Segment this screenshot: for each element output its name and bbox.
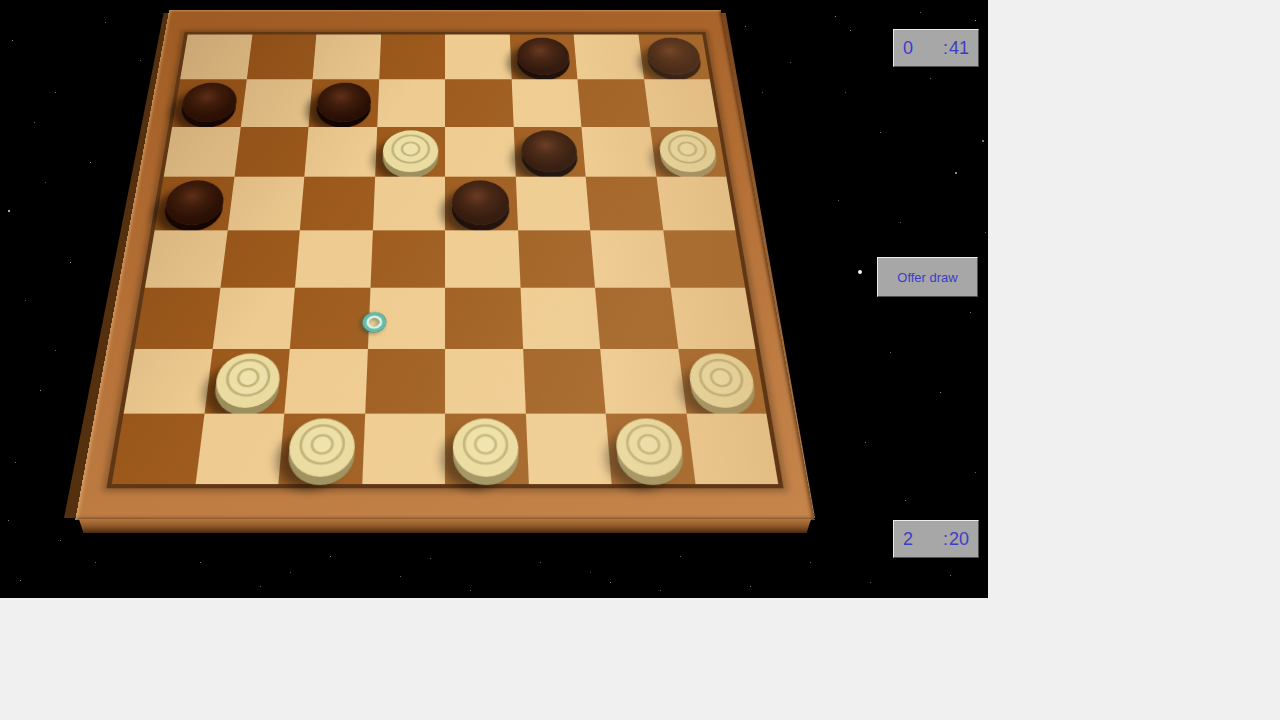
- square-r6c2[interactable]: [284, 349, 367, 414]
- square-r2c2[interactable]: [304, 127, 376, 177]
- square-r3c4[interactable]: [445, 177, 518, 231]
- square-r4c6[interactable]: [590, 230, 670, 287]
- square-r4c1[interactable]: [220, 230, 300, 287]
- checker-light[interactable]: [287, 419, 356, 477]
- square-r0c6[interactable]: [574, 35, 644, 80]
- clock-white-seconds: 20: [949, 529, 969, 550]
- game-window: 0 : 41 Offer draw 2 : 20: [0, 0, 988, 598]
- square-r5c6[interactable]: [595, 287, 678, 348]
- square-r7c5[interactable]: [525, 414, 611, 484]
- square-r3c3[interactable]: [372, 177, 445, 231]
- square-r2c6[interactable]: [581, 127, 656, 177]
- square-r5c1[interactable]: [212, 287, 295, 348]
- square-r0c0[interactable]: [180, 35, 252, 80]
- checker-dark[interactable]: [180, 82, 240, 121]
- checker-dark[interactable]: [163, 181, 227, 225]
- square-r5c0[interactable]: [135, 287, 220, 348]
- offer-draw-label: Offer draw: [897, 270, 957, 285]
- checker-light[interactable]: [657, 130, 719, 172]
- square-r4c4[interactable]: [445, 230, 520, 287]
- square-r6c1[interactable]: [204, 349, 290, 414]
- square-r1c3[interactable]: [377, 79, 445, 126]
- square-r4c0[interactable]: [145, 230, 227, 287]
- square-r7c7[interactable]: [686, 414, 778, 484]
- checker-light[interactable]: [382, 130, 438, 172]
- checker-dark[interactable]: [520, 130, 578, 172]
- square-r0c3[interactable]: [379, 35, 445, 80]
- clock-white: 2 : 20: [893, 520, 979, 558]
- square-r0c5[interactable]: [509, 35, 577, 80]
- checker-light[interactable]: [453, 419, 520, 477]
- square-r6c5[interactable]: [523, 349, 606, 414]
- square-r0c7[interactable]: [638, 35, 710, 80]
- square-r7c1[interactable]: [195, 414, 284, 484]
- square-r6c3[interactable]: [365, 349, 445, 414]
- square-r7c3[interactable]: [362, 414, 445, 484]
- board-scene: [0, 0, 988, 598]
- square-r1c0[interactable]: [172, 79, 246, 126]
- square-r2c4[interactable]: [445, 127, 515, 177]
- square-r3c5[interactable]: [515, 177, 590, 231]
- clock-black-seconds: 41: [949, 38, 969, 59]
- square-r1c4[interactable]: [445, 79, 513, 126]
- clock-black: 0 : 41: [893, 29, 979, 67]
- square-r3c0[interactable]: [155, 177, 234, 231]
- square-r2c0[interactable]: [164, 127, 241, 177]
- square-r4c5[interactable]: [518, 230, 595, 287]
- clock-white-colon: :: [943, 529, 948, 550]
- checker-light[interactable]: [686, 353, 757, 407]
- square-r1c5[interactable]: [511, 79, 581, 126]
- board-frame: [75, 10, 815, 520]
- clock-white-minutes: 2: [903, 529, 913, 550]
- square-r1c7[interactable]: [644, 79, 718, 126]
- square-r1c2[interactable]: [309, 79, 379, 126]
- square-r4c3[interactable]: [370, 230, 445, 287]
- checker-dark[interactable]: [316, 82, 372, 121]
- square-r6c4[interactable]: [445, 349, 525, 414]
- checker-light[interactable]: [213, 353, 282, 407]
- square-r5c4[interactable]: [445, 287, 523, 348]
- square-r3c2[interactable]: [300, 177, 375, 231]
- square-r7c4[interactable]: [445, 414, 528, 484]
- square-r7c2[interactable]: [278, 414, 364, 484]
- square-r5c7[interactable]: [670, 287, 755, 348]
- checker-dark[interactable]: [452, 181, 510, 225]
- play-grid: [112, 35, 779, 485]
- square-r3c7[interactable]: [656, 177, 735, 231]
- square-r4c2[interactable]: [295, 230, 372, 287]
- square-r7c6[interactable]: [606, 414, 695, 484]
- board-front-edge: [76, 519, 814, 533]
- square-r3c1[interactable]: [227, 177, 304, 231]
- square-r2c7[interactable]: [650, 127, 727, 177]
- square-r5c3[interactable]: [367, 287, 445, 348]
- clock-black-minutes: 0: [903, 38, 913, 59]
- square-r5c2[interactable]: [290, 287, 370, 348]
- checker-light[interactable]: [614, 419, 686, 477]
- checker-dark[interactable]: [516, 38, 571, 75]
- square-r6c6[interactable]: [600, 349, 686, 414]
- square-r4c7[interactable]: [663, 230, 745, 287]
- square-r6c7[interactable]: [678, 349, 767, 414]
- offer-draw-button[interactable]: Offer draw: [877, 257, 978, 297]
- square-r0c1[interactable]: [246, 35, 316, 80]
- square-r7c0[interactable]: [112, 414, 204, 484]
- square-r3c6[interactable]: [586, 177, 663, 231]
- square-r2c3[interactable]: [375, 127, 445, 177]
- square-r2c1[interactable]: [234, 127, 309, 177]
- square-r6c0[interactable]: [124, 349, 213, 414]
- square-r1c6[interactable]: [577, 79, 649, 126]
- checker-dark[interactable]: [645, 38, 703, 75]
- square-r1c1[interactable]: [240, 79, 312, 126]
- square-r0c2[interactable]: [313, 35, 381, 80]
- square-r5c5[interactable]: [520, 287, 600, 348]
- square-r2c5[interactable]: [513, 127, 585, 177]
- square-r0c4[interactable]: [445, 35, 511, 80]
- clock-black-colon: :: [943, 38, 948, 59]
